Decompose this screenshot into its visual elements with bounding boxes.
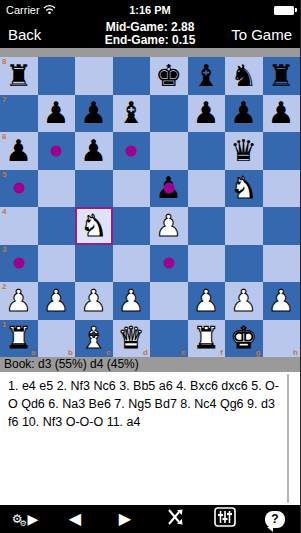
help-button[interactable]: ? bbox=[260, 505, 290, 533]
black-bishop: ♝ bbox=[193, 61, 220, 91]
square-a3[interactable]: 3 bbox=[0, 245, 38, 283]
square-a8[interactable]: ♜8 bbox=[0, 57, 38, 95]
file-label: a bbox=[31, 348, 35, 357]
scrollbar[interactable] bbox=[287, 374, 289, 503]
status-bar: Carrier 1:16 PM bbox=[0, 0, 300, 20]
move-list-panel[interactable]: 1. e4 e5 2. Nf3 Nc6 3. Bb5 a6 4. Bxc6 dx… bbox=[0, 372, 300, 505]
square-g8[interactable]: ♞ bbox=[225, 57, 263, 95]
square-a7[interactable]: 7 bbox=[0, 95, 38, 133]
book-moves-text: Book: d3 (55%) d4 (45%) bbox=[4, 357, 139, 371]
square-d7[interactable]: ♝ bbox=[113, 95, 151, 133]
square-c8[interactable] bbox=[75, 57, 113, 95]
nav-bar: Back Mid-Game: 2.88 End-Game: 0.15 To Ga… bbox=[0, 20, 300, 48]
square-h7[interactable]: ♟ bbox=[263, 95, 301, 133]
back-button[interactable]: Back bbox=[8, 26, 41, 43]
square-e2[interactable] bbox=[150, 282, 188, 320]
rank-label: 2 bbox=[2, 282, 6, 291]
square-b2[interactable]: ♟ bbox=[38, 282, 76, 320]
square-a6[interactable]: ♟6 bbox=[0, 132, 38, 170]
black-pawn: ♟ bbox=[193, 98, 220, 128]
square-d1[interactable]: ♛d bbox=[113, 320, 151, 358]
square-g6[interactable]: ♛ bbox=[225, 132, 263, 170]
legal-move-dot bbox=[126, 145, 137, 156]
rank-label: 7 bbox=[2, 95, 6, 104]
move-list-text: 1. e4 e5 2. Nf3 Nc6 3. Bb5 a6 4. Bxc6 dx… bbox=[8, 379, 279, 429]
square-h2[interactable]: ♟ bbox=[263, 282, 301, 320]
white-pawn: ♟ bbox=[268, 286, 295, 316]
white-pawn: ♟ bbox=[80, 286, 107, 316]
square-g4[interactable] bbox=[225, 207, 263, 245]
to-game-button[interactable]: To Game bbox=[231, 26, 292, 43]
white-king: ♚ bbox=[230, 323, 257, 353]
square-h1[interactable]: h bbox=[263, 320, 301, 358]
rank-label: 6 bbox=[2, 132, 6, 141]
square-e1[interactable]: e bbox=[150, 320, 188, 358]
square-f7[interactable]: ♟ bbox=[188, 95, 226, 133]
square-f8[interactable]: ♝ bbox=[188, 57, 226, 95]
black-pawn: ♟ bbox=[5, 136, 32, 166]
file-label: d bbox=[143, 348, 148, 357]
square-d8[interactable] bbox=[113, 57, 151, 95]
shuffle-button[interactable] bbox=[160, 505, 190, 533]
help-icon: ? bbox=[265, 511, 285, 528]
square-b3[interactable] bbox=[38, 245, 76, 283]
square-c2[interactable]: ♟ bbox=[75, 282, 113, 320]
square-e4[interactable]: ♟ bbox=[150, 207, 188, 245]
square-f1[interactable]: ♜f bbox=[188, 320, 226, 358]
white-pawn: ♟ bbox=[193, 286, 220, 316]
shuffle-icon bbox=[165, 507, 185, 531]
back-triangle-icon: ◀ bbox=[69, 511, 81, 527]
square-b8[interactable] bbox=[38, 57, 76, 95]
white-rook: ♜ bbox=[193, 323, 220, 353]
square-f4[interactable] bbox=[188, 207, 226, 245]
square-g7[interactable]: ♟ bbox=[225, 95, 263, 133]
white-queen: ♛ bbox=[118, 323, 145, 353]
carrier-label: Carrier bbox=[6, 4, 40, 16]
white-bishop: ♝ bbox=[80, 323, 107, 353]
book-bar: Book: d3 (55%) d4 (45%) bbox=[0, 357, 300, 372]
square-e3[interactable] bbox=[150, 245, 188, 283]
square-c5[interactable] bbox=[75, 170, 113, 208]
black-queen: ♛ bbox=[230, 136, 257, 166]
rank-label: 1 bbox=[2, 320, 6, 329]
square-e6[interactable] bbox=[150, 132, 188, 170]
square-d5[interactable] bbox=[113, 170, 151, 208]
file-label: e bbox=[181, 348, 185, 357]
board-top-strip bbox=[0, 48, 300, 57]
square-e5[interactable]: ♟ bbox=[150, 170, 188, 208]
square-h6[interactable] bbox=[263, 132, 301, 170]
white-pawn: ♟ bbox=[230, 286, 257, 316]
square-c3[interactable] bbox=[75, 245, 113, 283]
square-d4[interactable] bbox=[113, 207, 151, 245]
white-pawn: ♟ bbox=[43, 286, 70, 316]
wifi-icon bbox=[43, 4, 56, 16]
black-bishop: ♝ bbox=[118, 98, 145, 128]
white-pawn: ♟ bbox=[155, 211, 182, 241]
square-f3[interactable] bbox=[188, 245, 226, 283]
app-window: Carrier 1:16 PM Back Mid-Game: 2.88 End-… bbox=[0, 0, 300, 533]
square-g5[interactable]: ♞ bbox=[225, 170, 263, 208]
file-label: f bbox=[220, 348, 223, 357]
forward-triangle-icon: ▶ bbox=[119, 511, 131, 527]
black-pawn: ♟ bbox=[268, 98, 295, 128]
square-b6[interactable] bbox=[38, 132, 76, 170]
rank-label: 4 bbox=[2, 207, 6, 216]
chess-board: ♜8♚♝♞♜7♟♟♝♟♟♟♟6♟♛5♟♞4♞♟3♟2♟♟♟♟♟♟♜1ab♝c♛d… bbox=[0, 57, 300, 357]
square-f2[interactable]: ♟ bbox=[188, 282, 226, 320]
square-b5[interactable] bbox=[38, 170, 76, 208]
engine-autoplay-button[interactable]: ⚙ ⚙ ▶ bbox=[10, 505, 40, 533]
white-rook: ♜ bbox=[5, 323, 32, 353]
square-d6[interactable] bbox=[113, 132, 151, 170]
previous-move-button[interactable]: ◀ bbox=[60, 505, 90, 533]
engine-settings-button[interactable] bbox=[210, 505, 240, 533]
small-gear-icon: ⚙ bbox=[19, 520, 26, 528]
square-a5[interactable]: 5 bbox=[0, 170, 38, 208]
square-h4[interactable] bbox=[263, 207, 301, 245]
black-pawn: ♟ bbox=[43, 98, 70, 128]
square-f6[interactable] bbox=[188, 132, 226, 170]
square-c1[interactable]: ♝c bbox=[75, 320, 113, 358]
square-h3[interactable] bbox=[263, 245, 301, 283]
square-c6[interactable]: ♟ bbox=[75, 132, 113, 170]
square-a2[interactable]: ♟2 bbox=[0, 282, 38, 320]
rank-label: 5 bbox=[2, 170, 6, 179]
black-rook: ♜ bbox=[268, 61, 295, 91]
square-h5[interactable] bbox=[263, 170, 301, 208]
legal-move-dot bbox=[51, 145, 62, 156]
next-move-button[interactable]: ▶ bbox=[110, 505, 140, 533]
square-a1[interactable]: ♜1a bbox=[0, 320, 38, 358]
black-pawn: ♟ bbox=[80, 136, 107, 166]
legal-move-dot bbox=[163, 258, 174, 269]
sliders-icon bbox=[214, 507, 236, 531]
legal-move-dot bbox=[13, 183, 24, 194]
square-a4[interactable]: 4 bbox=[0, 207, 38, 245]
carrier-group: Carrier bbox=[6, 4, 56, 16]
file-label: c bbox=[106, 348, 110, 357]
file-label: h bbox=[293, 348, 298, 357]
battery-icon bbox=[274, 6, 294, 15]
legal-move-dot bbox=[13, 258, 24, 269]
square-e7[interactable] bbox=[150, 95, 188, 133]
rank-label: 3 bbox=[2, 245, 6, 254]
mid-game-score: Mid-Game: 2.88 bbox=[106, 20, 195, 34]
black-knight: ♞ bbox=[230, 61, 257, 91]
square-f5[interactable] bbox=[188, 170, 226, 208]
file-label: b bbox=[68, 348, 73, 357]
file-label: g bbox=[256, 348, 261, 357]
rank-label: 8 bbox=[2, 57, 6, 66]
square-d2[interactable]: ♟ bbox=[113, 282, 151, 320]
square-h8[interactable]: ♜ bbox=[263, 57, 301, 95]
square-g1[interactable]: ♚g bbox=[225, 320, 263, 358]
square-e8[interactable]: ♚ bbox=[150, 57, 188, 95]
square-b4[interactable] bbox=[38, 207, 76, 245]
white-pawn: ♟ bbox=[5, 286, 32, 316]
square-c7[interactable]: ♟ bbox=[75, 95, 113, 133]
end-game-score: End-Game: 0.15 bbox=[105, 33, 196, 47]
square-b1[interactable]: b bbox=[38, 320, 76, 358]
square-b7[interactable]: ♟ bbox=[38, 95, 76, 133]
square-c4[interactable]: ♞ bbox=[75, 207, 113, 245]
white-knight: ♞ bbox=[230, 173, 257, 203]
square-g3[interactable] bbox=[225, 245, 263, 283]
white-knight: ♞ bbox=[80, 211, 107, 241]
white-pawn: ♟ bbox=[118, 286, 145, 316]
legal-move-dot bbox=[163, 183, 174, 194]
play-icon: ▶ bbox=[28, 512, 39, 526]
square-d3[interactable] bbox=[113, 245, 151, 283]
bottom-toolbar: ⚙ ⚙ ▶ ◀ ▶ bbox=[0, 505, 300, 533]
black-rook: ♜ bbox=[5, 61, 32, 91]
square-g2[interactable]: ♟ bbox=[225, 282, 263, 320]
black-king: ♚ bbox=[155, 61, 182, 91]
black-pawn: ♟ bbox=[230, 98, 257, 128]
black-pawn: ♟ bbox=[80, 98, 107, 128]
